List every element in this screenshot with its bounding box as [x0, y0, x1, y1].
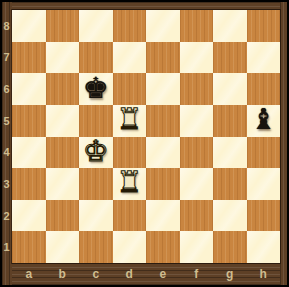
square-h8[interactable] [247, 10, 281, 42]
square-c3[interactable] [79, 168, 113, 200]
square-d4[interactable] [113, 137, 147, 169]
square-a4[interactable] [12, 137, 46, 169]
square-e6[interactable] [146, 73, 180, 105]
square-d6[interactable] [113, 73, 147, 105]
file-label-b: b [46, 264, 80, 284]
square-g2[interactable] [213, 200, 247, 232]
file-label-c: c [79, 264, 113, 284]
chess-board[interactable]: ♚♜♝♚♜ [12, 10, 280, 263]
file-labels: abcdefgh [12, 264, 280, 284]
square-a6[interactable] [12, 73, 46, 105]
square-b4[interactable] [46, 137, 80, 169]
square-h7[interactable] [247, 42, 281, 74]
piece-black-bishop-h5[interactable]: ♝ [250, 104, 276, 134]
square-h2[interactable] [247, 200, 281, 232]
square-d5[interactable]: ♜ [113, 105, 147, 137]
square-b8[interactable] [46, 10, 80, 42]
rank-label-3: 3 [1, 168, 12, 200]
rank-label-2: 2 [1, 200, 12, 232]
square-e4[interactable] [146, 137, 180, 169]
piece-white-rook-d5[interactable]: ♜ [116, 104, 142, 134]
square-d8[interactable] [113, 10, 147, 42]
square-g6[interactable] [213, 73, 247, 105]
square-f1[interactable] [180, 231, 214, 263]
file-label-f: f [180, 264, 214, 284]
square-d7[interactable] [113, 42, 147, 74]
square-b3[interactable] [46, 168, 80, 200]
square-b2[interactable] [46, 200, 80, 232]
square-g4[interactable] [213, 137, 247, 169]
square-a3[interactable] [12, 168, 46, 200]
square-h3[interactable] [247, 168, 281, 200]
square-c7[interactable] [79, 42, 113, 74]
square-f3[interactable] [180, 168, 214, 200]
square-d1[interactable] [113, 231, 147, 263]
piece-white-king-c4[interactable]: ♚ [83, 136, 109, 166]
square-c6[interactable]: ♚ [79, 73, 113, 105]
square-c8[interactable] [79, 10, 113, 42]
rank-label-4: 4 [1, 137, 12, 169]
file-label-a: a [12, 264, 46, 284]
rank-label-5: 5 [1, 105, 12, 137]
file-label-d: d [113, 264, 147, 284]
rank-label-6: 6 [1, 73, 12, 105]
square-d2[interactable] [113, 200, 147, 232]
square-f5[interactable] [180, 105, 214, 137]
square-h5[interactable]: ♝ [247, 105, 281, 137]
square-c5[interactable] [79, 105, 113, 137]
piece-black-king-c6[interactable]: ♚ [83, 73, 109, 103]
rank-label-7: 7 [1, 42, 12, 74]
square-a5[interactable] [12, 105, 46, 137]
square-f7[interactable] [180, 42, 214, 74]
square-c4[interactable]: ♚ [79, 137, 113, 169]
square-h1[interactable] [247, 231, 281, 263]
square-g3[interactable] [213, 168, 247, 200]
board-frame-top [2, 2, 287, 10]
piece-white-rook-d3[interactable]: ♜ [116, 167, 142, 197]
square-a1[interactable] [12, 231, 46, 263]
file-label-g: g [213, 264, 247, 284]
square-a7[interactable] [12, 42, 46, 74]
square-e3[interactable] [146, 168, 180, 200]
square-c2[interactable] [79, 200, 113, 232]
chess-board-diagram: ♚♜♝♚♜ 87654321 abcdefgh [0, 0, 289, 287]
square-e8[interactable] [146, 10, 180, 42]
rank-label-1: 1 [1, 231, 12, 263]
square-e2[interactable] [146, 200, 180, 232]
square-b5[interactable] [46, 105, 80, 137]
square-f8[interactable] [180, 10, 214, 42]
square-e7[interactable] [146, 42, 180, 74]
square-d3[interactable]: ♜ [113, 168, 147, 200]
rank-label-8: 8 [1, 10, 12, 42]
square-a8[interactable] [12, 10, 46, 42]
square-g5[interactable] [213, 105, 247, 137]
square-e5[interactable] [146, 105, 180, 137]
square-b1[interactable] [46, 231, 80, 263]
square-g1[interactable] [213, 231, 247, 263]
board-frame-right [280, 2, 287, 285]
square-f6[interactable] [180, 73, 214, 105]
file-label-h: h [247, 264, 281, 284]
rank-labels: 87654321 [1, 10, 12, 263]
square-f2[interactable] [180, 200, 214, 232]
square-a2[interactable] [12, 200, 46, 232]
square-h6[interactable] [247, 73, 281, 105]
square-b6[interactable] [46, 73, 80, 105]
square-f4[interactable] [180, 137, 214, 169]
file-label-e: e [146, 264, 180, 284]
square-e1[interactable] [146, 231, 180, 263]
square-c1[interactable] [79, 231, 113, 263]
square-h4[interactable] [247, 137, 281, 169]
square-b7[interactable] [46, 42, 80, 74]
square-g8[interactable] [213, 10, 247, 42]
square-g7[interactable] [213, 42, 247, 74]
